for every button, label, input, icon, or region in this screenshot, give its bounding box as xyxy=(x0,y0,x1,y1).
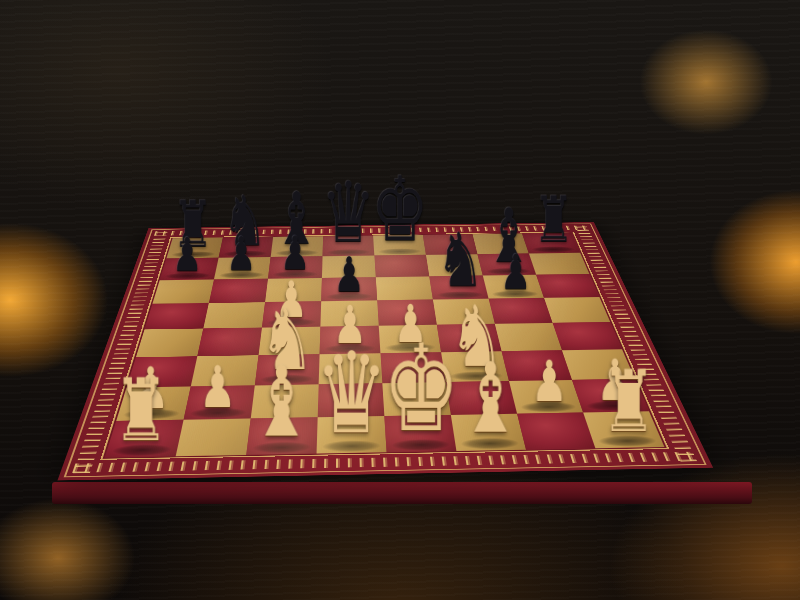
piece-white-pawn-b2[interactable]: ♟ xyxy=(192,359,243,416)
board-border-frame: ♜♞♝♛♚♜♟♟♟♝♟♞♟♟♟♟♞♞♟♟♟♟♜♝♛♚♝♜ xyxy=(57,222,713,480)
table-scene: ♜♞♝♛♚♜♟♟♟♝♟♞♟♟♟♟♞♞♟♟♟♟♜♝♛♚♝♜ xyxy=(0,0,800,600)
square-h5[interactable] xyxy=(544,297,610,323)
chess-board-3d: ♜♞♝♛♚♜♟♟♟♝♟♞♟♟♟♟♞♞♟♟♟♟♜♝♛♚♝♜ xyxy=(57,222,713,480)
square-e7[interactable] xyxy=(374,255,429,277)
piece-white-rook-a1[interactable]: ♜ xyxy=(103,368,180,454)
piece-black-pawn-d6[interactable]: ♟ xyxy=(328,251,371,299)
board-front-edge xyxy=(52,482,752,504)
board-squares: ♜♞♝♛♚♜♟♟♟♝♟♞♟♟♟♟♞♞♟♟♟♟♜♝♛♚♝♜ xyxy=(105,233,665,458)
piece-black-knight-f6[interactable]: ♞ xyxy=(427,223,493,297)
square-c1[interactable]: ♝ xyxy=(246,417,317,455)
square-a4[interactable] xyxy=(136,329,203,358)
square-h6[interactable] xyxy=(536,274,599,298)
piece-white-bishop-c1[interactable]: ♝ xyxy=(238,354,325,451)
piece-black-pawn-a7[interactable]: ♟ xyxy=(167,232,209,278)
piece-white-rook-h1[interactable]: ♜ xyxy=(591,360,667,445)
square-a6[interactable] xyxy=(152,280,214,304)
square-a1[interactable]: ♜ xyxy=(105,420,184,458)
square-a5[interactable] xyxy=(145,303,209,329)
square-a7[interactable]: ♟ xyxy=(160,258,219,281)
square-d1[interactable]: ♛ xyxy=(317,416,387,454)
square-h1[interactable]: ♜ xyxy=(583,411,664,448)
piece-black-pawn-b7[interactable]: ♟ xyxy=(221,231,262,277)
square-b7[interactable]: ♟ xyxy=(214,257,271,279)
